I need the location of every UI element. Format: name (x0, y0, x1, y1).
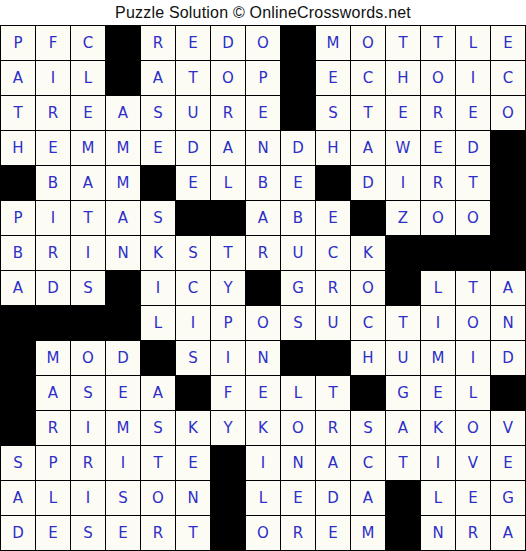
letter-cell-r8c3: S (71, 271, 105, 305)
letter-cell-r4c1: H (1, 131, 35, 165)
letter-cell-r2c3: L (71, 61, 105, 95)
black-cell-r14c12 (386, 481, 420, 515)
letter-cell-r7c5: K (141, 236, 175, 270)
letter-cell-r8c5: I (141, 271, 175, 305)
letter-cell-r2c11: C (351, 61, 385, 95)
black-cell-r10c10 (316, 341, 350, 375)
letter-cell-r13c12: T (386, 446, 420, 480)
letter-cell-r13c5: T (141, 446, 175, 480)
letter-cell-r1c3: C (71, 26, 105, 60)
letter-cell-r1c15: E (491, 26, 525, 60)
letter-cell-r11c8: E (246, 376, 280, 410)
letter-cell-r3c2: R (36, 96, 70, 130)
black-cell-r7c15 (491, 236, 525, 270)
letter-cell-r10c14: I (456, 341, 490, 375)
black-cell-r9c1 (1, 306, 35, 340)
letter-cell-r3c8: E (246, 96, 280, 130)
letter-cell-r4c12: W (386, 131, 420, 165)
letter-cell-r11c10: T (316, 376, 350, 410)
black-cell-r9c2 (36, 306, 70, 340)
letter-cell-r5c12: I (386, 166, 420, 200)
letter-cell-r1c10: M (316, 26, 350, 60)
letter-cell-r7c1: B (1, 236, 35, 270)
letter-cell-r14c10: D (316, 481, 350, 515)
letter-cell-r8c11: O (351, 271, 385, 305)
black-cell-r7c13 (421, 236, 455, 270)
letter-cell-r8c7: Y (211, 271, 245, 305)
black-cell-r1c9 (281, 26, 315, 60)
letter-cell-r12c13: K (421, 411, 455, 445)
letter-cell-r14c14: E (456, 481, 490, 515)
letter-cell-r6c10: E (316, 201, 350, 235)
letter-cell-r12c12: A (386, 411, 420, 445)
letter-cell-r12c6: K (176, 411, 210, 445)
letter-cell-r9c15: N (491, 306, 525, 340)
black-cell-r5c5 (141, 166, 175, 200)
letter-cell-r12c7: Y (211, 411, 245, 445)
letter-cell-r1c13: T (421, 26, 455, 60)
black-cell-r6c6 (176, 201, 210, 235)
black-cell-r6c11 (351, 201, 385, 235)
letter-cell-r15c15: A (491, 516, 525, 550)
letter-cell-r10c15: D (491, 341, 525, 375)
letter-cell-r2c8: P (246, 61, 280, 95)
black-cell-r9c4 (106, 306, 140, 340)
letter-cell-r6c5: S (141, 201, 175, 235)
letter-cell-r4c6: D (176, 131, 210, 165)
letter-cell-r14c8: L (246, 481, 280, 515)
letter-cell-r15c13: N (421, 516, 455, 550)
letter-cell-r15c4: E (106, 516, 140, 550)
letter-cell-r1c11: O (351, 26, 385, 60)
letter-cell-r13c13: I (421, 446, 455, 480)
letter-cell-r13c3: R (71, 446, 105, 480)
letter-cell-r3c3: E (71, 96, 105, 130)
letter-cell-r2c10: E (316, 61, 350, 95)
black-cell-r7c12 (386, 236, 420, 270)
black-cell-r15c12 (386, 516, 420, 550)
letter-cell-r9c6: I (176, 306, 210, 340)
letter-cell-r2c12: H (386, 61, 420, 95)
letter-cell-r1c7: D (211, 26, 245, 60)
letter-cell-r8c9: G (281, 271, 315, 305)
letter-cell-r12c8: K (246, 411, 280, 445)
letter-cell-r15c5: R (141, 516, 175, 550)
letter-cell-r15c10: E (316, 516, 350, 550)
letter-cell-r3c1: T (1, 96, 35, 130)
letter-cell-r9c12: T (386, 306, 420, 340)
letter-cell-r10c13: M (421, 341, 455, 375)
letter-cell-r2c6: T (176, 61, 210, 95)
black-cell-r4c15 (491, 131, 525, 165)
letter-cell-r14c9: E (281, 481, 315, 515)
crossword-grid: PFCREDOMOTTLEAILATOPECHOICTREASURESTEREO… (0, 25, 526, 551)
black-cell-r2c4 (106, 61, 140, 95)
letter-cell-r14c6: N (176, 481, 210, 515)
letter-cell-r7c10: C (316, 236, 350, 270)
letter-cell-r4c11: A (351, 131, 385, 165)
letter-cell-r4c14: D (456, 131, 490, 165)
letter-cell-r1c8: O (246, 26, 280, 60)
letter-cell-r11c13: E (421, 376, 455, 410)
letter-cell-r5c4: M (106, 166, 140, 200)
letter-cell-r15c1: D (1, 516, 35, 550)
letter-cell-r15c3: S (71, 516, 105, 550)
letter-cell-r8c6: C (176, 271, 210, 305)
letter-cell-r3c6: U (176, 96, 210, 130)
letter-cell-r14c2: L (36, 481, 70, 515)
letter-cell-r3c13: R (421, 96, 455, 130)
black-cell-r1c4 (106, 26, 140, 60)
letter-cell-r2c7: O (211, 61, 245, 95)
black-cell-r8c12 (386, 271, 420, 305)
letter-cell-r13c8: I (246, 446, 280, 480)
letter-cell-r11c2: A (36, 376, 70, 410)
letter-cell-r5c8: B (246, 166, 280, 200)
letter-cell-r10c7: I (211, 341, 245, 375)
letter-cell-r5c14: T (456, 166, 490, 200)
letter-cell-r8c10: R (316, 271, 350, 305)
letter-cell-r9c7: P (211, 306, 245, 340)
black-cell-r11c6 (176, 376, 210, 410)
letter-cell-r12c9: O (281, 411, 315, 445)
letter-cell-r4c10: H (316, 131, 350, 165)
letter-cell-r2c2: I (36, 61, 70, 95)
letter-cell-r12c4: M (106, 411, 140, 445)
letter-cell-r2c14: I (456, 61, 490, 95)
letter-cell-r6c1: P (1, 201, 35, 235)
black-cell-r5c15 (491, 166, 525, 200)
letter-cell-r6c13: O (421, 201, 455, 235)
letter-cell-r3c7: R (211, 96, 245, 130)
letter-cell-r11c5: A (141, 376, 175, 410)
letter-cell-r6c14: O (456, 201, 490, 235)
letter-cell-r4c7: A (211, 131, 245, 165)
letter-cell-r14c4: S (106, 481, 140, 515)
letter-cell-r5c13: R (421, 166, 455, 200)
letter-cell-r7c6: S (176, 236, 210, 270)
letter-cell-r7c8: R (246, 236, 280, 270)
letter-cell-r10c6: S (176, 341, 210, 375)
letter-cell-r8c15: A (491, 271, 525, 305)
black-cell-r11c15 (491, 376, 525, 410)
letter-cell-r1c12: T (386, 26, 420, 60)
letter-cell-r3c4: A (106, 96, 140, 130)
black-cell-r13c7 (211, 446, 245, 480)
letter-cell-r13c14: V (456, 446, 490, 480)
black-cell-r14c7 (211, 481, 245, 515)
black-cell-r10c5 (141, 341, 175, 375)
black-cell-r10c1 (1, 341, 35, 375)
letter-cell-r9c13: I (421, 306, 455, 340)
letter-cell-r14c1: A (1, 481, 35, 515)
letter-cell-r7c2: R (36, 236, 70, 270)
letter-cell-r12c2: R (36, 411, 70, 445)
letter-cell-r8c14: T (456, 271, 490, 305)
letter-cell-r4c5: E (141, 131, 175, 165)
letter-cell-r1c2: F (36, 26, 70, 60)
letter-cell-r5c11: D (351, 166, 385, 200)
letter-cell-r4c2: E (36, 131, 70, 165)
letter-cell-r15c8: O (246, 516, 280, 550)
black-cell-r2c9 (281, 61, 315, 95)
letter-cell-r3c11: T (351, 96, 385, 130)
black-cell-r5c10 (316, 166, 350, 200)
letter-cell-r12c15: V (491, 411, 525, 445)
letter-cell-r10c3: O (71, 341, 105, 375)
letter-cell-r13c10: A (316, 446, 350, 480)
letter-cell-r1c6: E (176, 26, 210, 60)
letter-cell-r2c15: C (491, 61, 525, 95)
letter-cell-r7c9: U (281, 236, 315, 270)
letter-cell-r10c8: N (246, 341, 280, 375)
letter-cell-r14c3: I (71, 481, 105, 515)
letter-cell-r4c9: D (281, 131, 315, 165)
letter-cell-r12c10: R (316, 411, 350, 445)
letter-cell-r3c12: E (386, 96, 420, 130)
letter-cell-r13c4: I (106, 446, 140, 480)
letter-cell-r1c5: R (141, 26, 175, 60)
letter-cell-r15c2: E (36, 516, 70, 550)
letter-cell-r5c3: A (71, 166, 105, 200)
letter-cell-r1c14: L (456, 26, 490, 60)
letter-cell-r15c11: M (351, 516, 385, 550)
letter-cell-r9c8: O (246, 306, 280, 340)
letter-cell-r15c6: T (176, 516, 210, 550)
letter-cell-r13c2: P (36, 446, 70, 480)
black-cell-r9c3 (71, 306, 105, 340)
black-cell-r3c9 (281, 96, 315, 130)
letter-cell-r6c9: B (281, 201, 315, 235)
letter-cell-r13c1: S (1, 446, 35, 480)
letter-cell-r4c4: M (106, 131, 140, 165)
black-cell-r5c1 (1, 166, 35, 200)
letter-cell-r6c12: Z (386, 201, 420, 235)
letter-cell-r7c11: K (351, 236, 385, 270)
letter-cell-r7c4: N (106, 236, 140, 270)
letter-cell-r6c4: A (106, 201, 140, 235)
letter-cell-r12c3: I (71, 411, 105, 445)
letter-cell-r3c14: E (456, 96, 490, 130)
letter-cell-r13c15: E (491, 446, 525, 480)
page-title: Puzzle Solution © OnlineCrosswords.net (0, 0, 526, 25)
letter-cell-r6c3: T (71, 201, 105, 235)
letter-cell-r7c7: T (211, 236, 245, 270)
letter-cell-r6c8: A (246, 201, 280, 235)
letter-cell-r11c7: F (211, 376, 245, 410)
letter-cell-r7c3: I (71, 236, 105, 270)
letter-cell-r14c5: O (141, 481, 175, 515)
letter-cell-r3c15: O (491, 96, 525, 130)
letter-cell-r15c14: R (456, 516, 490, 550)
letter-cell-r11c3: S (71, 376, 105, 410)
letter-cell-r12c14: O (456, 411, 490, 445)
letter-cell-r11c4: E (106, 376, 140, 410)
black-cell-r6c7 (211, 201, 245, 235)
black-cell-r8c4 (106, 271, 140, 305)
letter-cell-r3c10: S (316, 96, 350, 130)
letter-cell-r2c5: A (141, 61, 175, 95)
letter-cell-r8c13: L (421, 271, 455, 305)
black-cell-r7c14 (456, 236, 490, 270)
letter-cell-r4c13: E (421, 131, 455, 165)
letter-cell-r9c14: O (456, 306, 490, 340)
letter-cell-r5c6: E (176, 166, 210, 200)
black-cell-r8c8 (246, 271, 280, 305)
letter-cell-r9c10: U (316, 306, 350, 340)
letter-cell-r13c9: N (281, 446, 315, 480)
letter-cell-r10c2: M (36, 341, 70, 375)
letter-cell-r14c11: A (351, 481, 385, 515)
letter-cell-r8c2: D (36, 271, 70, 305)
letter-cell-r10c11: H (351, 341, 385, 375)
letter-cell-r9c11: C (351, 306, 385, 340)
letter-cell-r8c1: A (1, 271, 35, 305)
letter-cell-r14c15: G (491, 481, 525, 515)
black-cell-r12c1 (1, 411, 35, 445)
black-cell-r11c11 (351, 376, 385, 410)
letter-cell-r9c5: L (141, 306, 175, 340)
letter-cell-r12c11: S (351, 411, 385, 445)
letter-cell-r2c13: O (421, 61, 455, 95)
letter-cell-r3c5: S (141, 96, 175, 130)
letter-cell-r1c1: P (1, 26, 35, 60)
letter-cell-r4c8: N (246, 131, 280, 165)
letter-cell-r5c7: L (211, 166, 245, 200)
letter-cell-r13c11: C (351, 446, 385, 480)
letter-cell-r10c12: U (386, 341, 420, 375)
puzzle-solution-page: Puzzle Solution © OnlineCrosswords.net P… (0, 0, 526, 551)
black-cell-r6c15 (491, 201, 525, 235)
letter-cell-r14c13: L (421, 481, 455, 515)
letter-cell-r15c9: R (281, 516, 315, 550)
letter-cell-r6c2: I (36, 201, 70, 235)
letter-cell-r5c9: E (281, 166, 315, 200)
letter-cell-r11c14: L (456, 376, 490, 410)
letter-cell-r4c3: M (71, 131, 105, 165)
letter-cell-r5c2: B (36, 166, 70, 200)
letter-cell-r10c4: D (106, 341, 140, 375)
black-cell-r11c1 (1, 376, 35, 410)
letter-cell-r13c6: E (176, 446, 210, 480)
black-cell-r10c9 (281, 341, 315, 375)
letter-cell-r11c12: G (386, 376, 420, 410)
letter-cell-r2c1: A (1, 61, 35, 95)
black-cell-r15c7 (211, 516, 245, 550)
letter-cell-r9c9: S (281, 306, 315, 340)
letter-cell-r11c9: L (281, 376, 315, 410)
letter-cell-r12c5: S (141, 411, 175, 445)
